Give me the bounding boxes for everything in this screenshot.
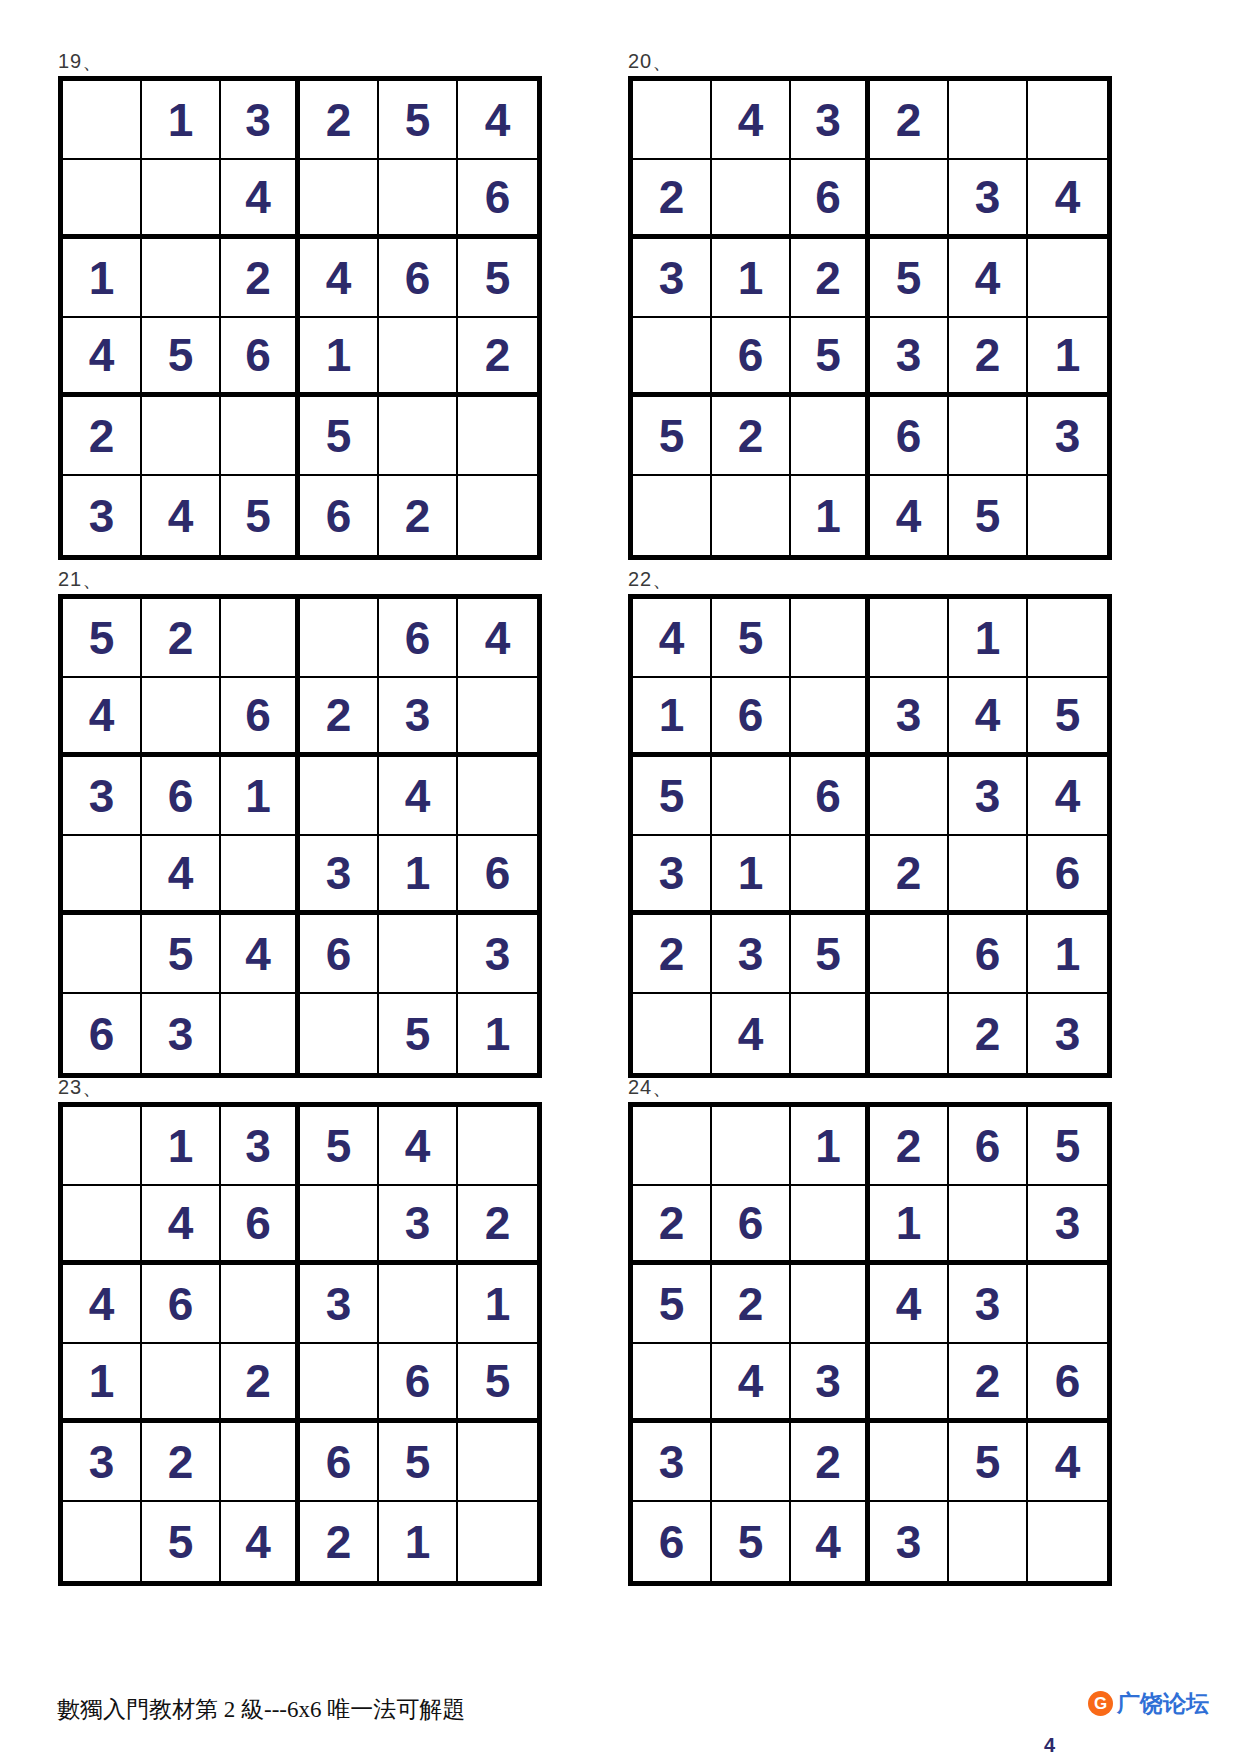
g19-cell-r6c2: 4 (142, 476, 221, 555)
g22-cell-r6c5: 2 (949, 994, 1028, 1073)
g21-cell-r5c3: 4 (221, 915, 300, 994)
g21-cell-r2c3: 6 (221, 678, 300, 757)
g19-cell-r4c5 (379, 318, 458, 397)
g23-cell-r5c3 (221, 1423, 300, 1502)
sudoku-grid-23: 135446324631126532655421 (58, 1102, 542, 1586)
g22-cell-r3c1: 5 (633, 757, 712, 836)
g21-cell-r5c4: 6 (300, 915, 379, 994)
g19-cell-r5c3 (221, 397, 300, 476)
g22-cell-r4c4: 2 (870, 836, 949, 915)
g23-cell-r5c6 (458, 1423, 537, 1502)
g23-cell-r3c5 (379, 1265, 458, 1344)
g20-cell-r4c1 (633, 318, 712, 397)
puzzle-21: 21、 526446233614431654636351 (58, 566, 542, 1078)
g19-cell-r1c4: 2 (300, 81, 379, 160)
g21-cell-r1c3 (221, 599, 300, 678)
g19-cell-r3c1: 1 (63, 239, 142, 318)
g22-cell-r5c5: 6 (949, 915, 1028, 994)
g20-cell-r1c1 (633, 81, 712, 160)
g22-cell-r6c3 (791, 994, 870, 1073)
g23-cell-r2c2: 4 (142, 1186, 221, 1265)
g23-cell-r2c1 (63, 1186, 142, 1265)
g20-cell-r4c4: 3 (870, 318, 949, 397)
g22-cell-r1c6 (1028, 599, 1107, 678)
g23-cell-r6c6 (458, 1502, 537, 1581)
g21-cell-r3c1: 3 (63, 757, 142, 836)
g19-cell-r2c6: 6 (458, 160, 537, 239)
g21-cell-r3c4 (300, 757, 379, 836)
g20-cell-r1c2: 4 (712, 81, 791, 160)
g21-cell-r1c1: 5 (63, 599, 142, 678)
g19-cell-r2c5 (379, 160, 458, 239)
g22-cell-r1c1: 4 (633, 599, 712, 678)
g23-cell-r6c5: 1 (379, 1502, 458, 1581)
g22-cell-r2c3 (791, 678, 870, 757)
g21-cell-r1c5: 6 (379, 599, 458, 678)
g20-cell-r3c2: 1 (712, 239, 791, 318)
g19-cell-r2c1 (63, 160, 142, 239)
g21-cell-r3c5: 4 (379, 757, 458, 836)
g21-cell-r2c5: 3 (379, 678, 458, 757)
g20-cell-r5c1: 5 (633, 397, 712, 476)
g24-cell-r6c4: 3 (870, 1502, 949, 1581)
g22-cell-r1c2: 5 (712, 599, 791, 678)
sudoku-grid-19: 132544612465456122534562 (58, 76, 542, 560)
g24-cell-r6c6 (1028, 1502, 1107, 1581)
g24-cell-r4c4 (870, 1344, 949, 1423)
g20-cell-r1c6 (1028, 81, 1107, 160)
g19-cell-r4c4: 1 (300, 318, 379, 397)
g22-cell-r5c1: 2 (633, 915, 712, 994)
g24-cell-r3c5: 3 (949, 1265, 1028, 1344)
g23-cell-r6c3: 4 (221, 1502, 300, 1581)
g21-cell-r6c1: 6 (63, 994, 142, 1073)
forum-logo-icon: G (1088, 1691, 1113, 1716)
g19-cell-r4c1: 4 (63, 318, 142, 397)
g19-cell-r5c2 (142, 397, 221, 476)
puzzle-23: 23、 135446324631126532655421 (58, 1074, 542, 1586)
g20-cell-r3c5: 4 (949, 239, 1028, 318)
g19-cell-r5c4: 5 (300, 397, 379, 476)
g23-cell-r1c5: 4 (379, 1107, 458, 1186)
g20-cell-r6c1 (633, 476, 712, 555)
g23-cell-r3c6: 1 (458, 1265, 537, 1344)
g23-cell-r1c6 (458, 1107, 537, 1186)
g21-cell-r1c2: 2 (142, 599, 221, 678)
puzzle-21-label: 21、 (58, 566, 542, 590)
g22-cell-r1c4 (870, 599, 949, 678)
g21-cell-r2c2 (142, 678, 221, 757)
g24-cell-r2c1: 2 (633, 1186, 712, 1265)
g22-cell-r4c6: 6 (1028, 836, 1107, 915)
g20-cell-r4c6: 1 (1028, 318, 1107, 397)
sudoku-grid-22: 451163455634312623561423 (628, 594, 1112, 1078)
g22-cell-r3c6: 4 (1028, 757, 1107, 836)
g20-cell-r5c2: 2 (712, 397, 791, 476)
puzzle-23-label: 23、 (58, 1074, 542, 1098)
g24-cell-r5c5: 5 (949, 1423, 1028, 1502)
g24-cell-r4c2: 4 (712, 1344, 791, 1423)
g23-cell-r6c4: 2 (300, 1502, 379, 1581)
g20-cell-r5c6: 3 (1028, 397, 1107, 476)
g20-cell-r6c3: 1 (791, 476, 870, 555)
g20-cell-r3c1: 3 (633, 239, 712, 318)
g19-cell-r2c2 (142, 160, 221, 239)
g23-cell-r4c3: 2 (221, 1344, 300, 1423)
g24-cell-r1c3: 1 (791, 1107, 870, 1186)
g24-cell-r4c1 (633, 1344, 712, 1423)
g22-cell-r2c4: 3 (870, 678, 949, 757)
g19-cell-r4c2: 5 (142, 318, 221, 397)
g23-cell-r4c6: 5 (458, 1344, 537, 1423)
g19-cell-r1c2: 1 (142, 81, 221, 160)
g24-cell-r4c6: 6 (1028, 1344, 1107, 1423)
g21-cell-r6c2: 3 (142, 994, 221, 1073)
g20-cell-r6c6 (1028, 476, 1107, 555)
g22-cell-r2c6: 5 (1028, 678, 1107, 757)
g21-cell-r4c5: 1 (379, 836, 458, 915)
g24-cell-r2c5 (949, 1186, 1028, 1265)
g23-cell-r3c1: 4 (63, 1265, 142, 1344)
g21-cell-r5c5 (379, 915, 458, 994)
g24-cell-r6c3: 4 (791, 1502, 870, 1581)
g24-cell-r6c1: 6 (633, 1502, 712, 1581)
g21-cell-r5c6: 3 (458, 915, 537, 994)
g19-cell-r4c3: 6 (221, 318, 300, 397)
g20-cell-r3c3: 2 (791, 239, 870, 318)
g19-cell-r3c3: 2 (221, 239, 300, 318)
g22-cell-r2c5: 4 (949, 678, 1028, 757)
g20-cell-r5c5 (949, 397, 1028, 476)
g20-cell-r4c2: 6 (712, 318, 791, 397)
g22-cell-r5c3: 5 (791, 915, 870, 994)
puzzle-20-label: 20、 (628, 48, 1112, 72)
g21-cell-r6c6: 1 (458, 994, 537, 1073)
g23-cell-r5c1: 3 (63, 1423, 142, 1502)
g21-cell-r1c6: 4 (458, 599, 537, 678)
g19-cell-r5c6 (458, 397, 537, 476)
puzzle-20: 20、 432263431254653215263145 (628, 48, 1112, 560)
g22-cell-r5c6: 1 (1028, 915, 1107, 994)
g23-cell-r5c4: 6 (300, 1423, 379, 1502)
g23-cell-r1c4: 5 (300, 1107, 379, 1186)
puzzle-22: 22、 451163455634312623561423 (628, 566, 1112, 1078)
g19-cell-r6c4: 6 (300, 476, 379, 555)
g21-cell-r4c4: 3 (300, 836, 379, 915)
g24-cell-r2c4: 1 (870, 1186, 949, 1265)
g22-cell-r1c5: 1 (949, 599, 1028, 678)
g21-cell-r4c1 (63, 836, 142, 915)
puzzle-19-label: 19、 (58, 48, 542, 72)
g22-cell-r6c4 (870, 994, 949, 1073)
g24-cell-r4c3: 3 (791, 1344, 870, 1423)
g20-cell-r5c4: 6 (870, 397, 949, 476)
g21-cell-r4c3 (221, 836, 300, 915)
g19-cell-r5c5 (379, 397, 458, 476)
g22-cell-r4c3 (791, 836, 870, 915)
g22-cell-r6c6: 3 (1028, 994, 1107, 1073)
g19-cell-r3c5: 6 (379, 239, 458, 318)
g21-cell-r4c2: 4 (142, 836, 221, 915)
sudoku-grid-21: 526446233614431654636351 (58, 594, 542, 1078)
g20-cell-r2c6: 4 (1028, 160, 1107, 239)
g23-cell-r3c4: 3 (300, 1265, 379, 1344)
sudoku-grid-20: 432263431254653215263145 (628, 76, 1112, 560)
sudoku-grid-24: 126526135243432632546543 (628, 1102, 1112, 1586)
g20-cell-r3c6 (1028, 239, 1107, 318)
g19-cell-r1c5: 5 (379, 81, 458, 160)
g19-cell-r3c6: 5 (458, 239, 537, 318)
g24-cell-r5c6: 4 (1028, 1423, 1107, 1502)
g22-cell-r2c1: 1 (633, 678, 712, 757)
g24-cell-r2c2: 6 (712, 1186, 791, 1265)
g20-cell-r6c4: 4 (870, 476, 949, 555)
g20-cell-r4c5: 2 (949, 318, 1028, 397)
puzzle-22-label: 22、 (628, 566, 1112, 590)
g22-cell-r4c1: 3 (633, 836, 712, 915)
g22-cell-r6c1 (633, 994, 712, 1073)
g20-cell-r1c5 (949, 81, 1028, 160)
g21-cell-r2c1: 4 (63, 678, 142, 757)
g20-cell-r2c5: 3 (949, 160, 1028, 239)
g23-cell-r2c5: 3 (379, 1186, 458, 1265)
g20-cell-r6c5: 5 (949, 476, 1028, 555)
g20-cell-r5c3 (791, 397, 870, 476)
g23-cell-r1c3: 3 (221, 1107, 300, 1186)
g21-cell-r6c4 (300, 994, 379, 1073)
g19-cell-r6c1: 3 (63, 476, 142, 555)
g21-cell-r5c2: 5 (142, 915, 221, 994)
g20-cell-r1c3: 3 (791, 81, 870, 160)
g22-cell-r3c3: 6 (791, 757, 870, 836)
g19-cell-r4c6: 2 (458, 318, 537, 397)
forum-logo: G 广饶论坛 (1088, 1688, 1209, 1719)
puzzle-page: 19、 132544612465456122534562 20、 4322634… (0, 0, 1240, 1755)
g23-cell-r1c1 (63, 1107, 142, 1186)
g20-cell-r3c4: 5 (870, 239, 949, 318)
g20-cell-r2c3: 6 (791, 160, 870, 239)
g24-cell-r3c3 (791, 1265, 870, 1344)
g21-cell-r6c3 (221, 994, 300, 1073)
g23-cell-r4c2 (142, 1344, 221, 1423)
g23-cell-r1c2: 1 (142, 1107, 221, 1186)
g23-cell-r2c4 (300, 1186, 379, 1265)
g24-cell-r1c2 (712, 1107, 791, 1186)
g24-cell-r3c4: 4 (870, 1265, 949, 1344)
g22-cell-r4c2: 1 (712, 836, 791, 915)
g19-cell-r6c5: 2 (379, 476, 458, 555)
g24-cell-r2c6: 3 (1028, 1186, 1107, 1265)
footer-title: 數獨入門教材第 2 級---6x6 唯一法可解題 (57, 1694, 465, 1725)
g24-cell-r5c2 (712, 1423, 791, 1502)
g19-cell-r3c2 (142, 239, 221, 318)
g23-cell-r6c2: 5 (142, 1502, 221, 1581)
g22-cell-r6c2: 4 (712, 994, 791, 1073)
g22-cell-r4c5 (949, 836, 1028, 915)
puzzle-24: 24、 126526135243432632546543 (628, 1074, 1112, 1586)
g19-cell-r1c3: 3 (221, 81, 300, 160)
g19-cell-r3c4: 4 (300, 239, 379, 318)
g23-cell-r2c6: 2 (458, 1186, 537, 1265)
g20-cell-r4c3: 5 (791, 318, 870, 397)
g24-cell-r1c5: 6 (949, 1107, 1028, 1186)
g23-cell-r3c3 (221, 1265, 300, 1344)
g22-cell-r3c5: 3 (949, 757, 1028, 836)
forum-logo-text: 广饶论坛 (1117, 1688, 1209, 1719)
g21-cell-r3c2: 6 (142, 757, 221, 836)
g24-cell-r3c1: 5 (633, 1265, 712, 1344)
page-number: 4 (1044, 1734, 1055, 1755)
g21-cell-r2c6 (458, 678, 537, 757)
g21-cell-r3c3: 1 (221, 757, 300, 836)
g23-cell-r6c1 (63, 1502, 142, 1581)
g21-cell-r2c4: 2 (300, 678, 379, 757)
g22-cell-r3c4 (870, 757, 949, 836)
g24-cell-r3c2: 2 (712, 1265, 791, 1344)
g19-cell-r6c6 (458, 476, 537, 555)
g23-cell-r4c4 (300, 1344, 379, 1423)
g20-cell-r2c2 (712, 160, 791, 239)
g20-cell-r6c2 (712, 476, 791, 555)
g19-cell-r5c1: 2 (63, 397, 142, 476)
g19-cell-r1c6: 4 (458, 81, 537, 160)
g21-cell-r4c6: 6 (458, 836, 537, 915)
g24-cell-r5c1: 3 (633, 1423, 712, 1502)
g22-cell-r2c2: 6 (712, 678, 791, 757)
g24-cell-r1c6: 5 (1028, 1107, 1107, 1186)
g23-cell-r4c1: 1 (63, 1344, 142, 1423)
g24-cell-r1c1 (633, 1107, 712, 1186)
g24-cell-r3c6 (1028, 1265, 1107, 1344)
g22-cell-r5c4 (870, 915, 949, 994)
g22-cell-r5c2: 3 (712, 915, 791, 994)
g21-cell-r3c6 (458, 757, 537, 836)
g19-cell-r2c4 (300, 160, 379, 239)
g24-cell-r2c3 (791, 1186, 870, 1265)
puzzle-24-label: 24、 (628, 1074, 1112, 1098)
g24-cell-r4c5: 2 (949, 1344, 1028, 1423)
g23-cell-r3c2: 6 (142, 1265, 221, 1344)
g19-cell-r2c3: 4 (221, 160, 300, 239)
g21-cell-r6c5: 5 (379, 994, 458, 1073)
g24-cell-r5c4 (870, 1423, 949, 1502)
g20-cell-r2c4 (870, 160, 949, 239)
g22-cell-r1c3 (791, 599, 870, 678)
g23-cell-r2c3: 6 (221, 1186, 300, 1265)
puzzle-19: 19、 132544612465456122534562 (58, 48, 542, 560)
g19-cell-r1c1 (63, 81, 142, 160)
g21-cell-r1c4 (300, 599, 379, 678)
g24-cell-r6c2: 5 (712, 1502, 791, 1581)
g22-cell-r3c2 (712, 757, 791, 836)
g20-cell-r1c4: 2 (870, 81, 949, 160)
g24-cell-r1c4: 2 (870, 1107, 949, 1186)
g24-cell-r5c3: 2 (791, 1423, 870, 1502)
g24-cell-r6c5 (949, 1502, 1028, 1581)
g23-cell-r5c5: 5 (379, 1423, 458, 1502)
g23-cell-r4c5: 6 (379, 1344, 458, 1423)
g20-cell-r2c1: 2 (633, 160, 712, 239)
g19-cell-r6c3: 5 (221, 476, 300, 555)
g21-cell-r5c1 (63, 915, 142, 994)
g23-cell-r5c2: 2 (142, 1423, 221, 1502)
